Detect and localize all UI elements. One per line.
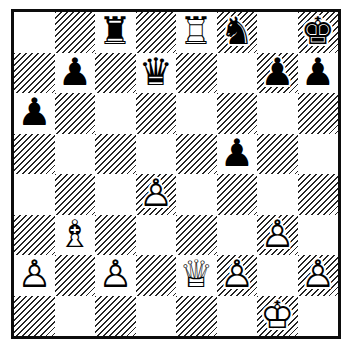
square-f5[interactable]: ♟♟: [217, 134, 258, 175]
square-h8[interactable]: ♚♚: [298, 12, 339, 53]
square-e8[interactable]: ♜♖: [176, 12, 217, 53]
square-a4[interactable]: [14, 174, 55, 215]
white-pawn-glyph: ♙: [14, 254, 55, 295]
square-c4[interactable]: [95, 174, 136, 215]
white-pawn-glyph: ♙: [217, 254, 258, 295]
square-d1[interactable]: [136, 296, 177, 337]
piece-white-pawn[interactable]: ♟♙: [217, 255, 258, 296]
square-f4[interactable]: [217, 174, 258, 215]
black-king-glyph: ♚: [298, 11, 339, 52]
black-pawn-glyph: ♟: [14, 92, 55, 133]
chess-diagram: ♜♜♜♖♞♞♚♚♟♟♛♛♟♟♟♟♟♟♟♟♟♙♝♗♟♙♟♙♟♙♛♕♟♙♟♙♚♔: [0, 0, 350, 350]
square-h7[interactable]: ♟♟: [298, 53, 339, 94]
square-h3[interactable]: [298, 215, 339, 256]
square-g8[interactable]: [257, 12, 298, 53]
square-b6[interactable]: [55, 93, 96, 134]
square-a8[interactable]: [14, 12, 55, 53]
square-h6[interactable]: [298, 93, 339, 134]
piece-black-pawn[interactable]: ♟♟: [298, 53, 339, 94]
piece-black-pawn[interactable]: ♟♟: [55, 53, 96, 94]
square-g7[interactable]: ♟♟: [257, 53, 298, 94]
square-d7[interactable]: ♛♛: [136, 53, 177, 94]
black-knight-glyph: ♞: [217, 11, 258, 52]
white-bishop-glyph: ♗: [55, 214, 96, 255]
square-h5[interactable]: [298, 134, 339, 175]
square-d4[interactable]: ♟♙: [136, 174, 177, 215]
square-b1[interactable]: [55, 296, 96, 337]
square-b5[interactable]: [55, 134, 96, 175]
black-pawn-glyph: ♟: [55, 52, 96, 93]
piece-white-pawn[interactable]: ♟♙: [136, 174, 177, 215]
square-d8[interactable]: [136, 12, 177, 53]
black-queen-glyph: ♛: [136, 52, 177, 93]
piece-white-king[interactable]: ♚♔: [257, 296, 298, 337]
white-king-glyph: ♔: [257, 295, 298, 336]
square-f1[interactable]: [217, 296, 258, 337]
square-e6[interactable]: [176, 93, 217, 134]
square-f2[interactable]: ♟♙: [217, 255, 258, 296]
square-a7[interactable]: [14, 53, 55, 94]
piece-black-rook[interactable]: ♜♜: [95, 12, 136, 53]
square-b4[interactable]: [55, 174, 96, 215]
square-g4[interactable]: [257, 174, 298, 215]
square-d3[interactable]: [136, 215, 177, 256]
white-pawn-glyph: ♙: [298, 254, 339, 295]
black-pawn-glyph: ♟: [257, 52, 298, 93]
square-e4[interactable]: [176, 174, 217, 215]
chess-board: ♜♜♜♖♞♞♚♚♟♟♛♛♟♟♟♟♟♟♟♟♟♙♝♗♟♙♟♙♟♙♛♕♟♙♟♙♚♔: [11, 9, 341, 339]
piece-black-pawn[interactable]: ♟♟: [14, 93, 55, 134]
square-a1[interactable]: [14, 296, 55, 337]
square-b7[interactable]: ♟♟: [55, 53, 96, 94]
square-c8[interactable]: ♜♜: [95, 12, 136, 53]
piece-black-knight[interactable]: ♞♞: [217, 12, 258, 53]
square-d5[interactable]: [136, 134, 177, 175]
piece-white-pawn[interactable]: ♟♙: [298, 255, 339, 296]
square-c5[interactable]: [95, 134, 136, 175]
square-g1[interactable]: ♚♔: [257, 296, 298, 337]
square-f8[interactable]: ♞♞: [217, 12, 258, 53]
square-c1[interactable]: [95, 296, 136, 337]
piece-black-king[interactable]: ♚♚: [298, 12, 339, 53]
square-a5[interactable]: [14, 134, 55, 175]
square-d2[interactable]: [136, 255, 177, 296]
square-h1[interactable]: [298, 296, 339, 337]
piece-black-pawn[interactable]: ♟♟: [257, 53, 298, 94]
square-c3[interactable]: [95, 215, 136, 256]
square-e5[interactable]: [176, 134, 217, 175]
white-rook-glyph: ♖: [176, 11, 217, 52]
piece-white-queen[interactable]: ♛♕: [176, 255, 217, 296]
square-g6[interactable]: [257, 93, 298, 134]
square-e7[interactable]: [176, 53, 217, 94]
black-pawn-glyph: ♟: [298, 52, 339, 93]
white-pawn-glyph: ♙: [136, 173, 177, 214]
square-b2[interactable]: [55, 255, 96, 296]
square-a6[interactable]: ♟♟: [14, 93, 55, 134]
black-rook-glyph: ♜: [95, 11, 136, 52]
square-g2[interactable]: [257, 255, 298, 296]
piece-white-pawn[interactable]: ♟♙: [95, 255, 136, 296]
piece-white-bishop[interactable]: ♝♗: [55, 215, 96, 256]
white-queen-glyph: ♕: [176, 254, 217, 295]
square-a3[interactable]: [14, 215, 55, 256]
square-b8[interactable]: [55, 12, 96, 53]
piece-white-pawn[interactable]: ♟♙: [14, 255, 55, 296]
piece-white-pawn[interactable]: ♟♙: [257, 215, 298, 256]
square-c2[interactable]: ♟♙: [95, 255, 136, 296]
square-e2[interactable]: ♛♕: [176, 255, 217, 296]
square-c6[interactable]: [95, 93, 136, 134]
square-f6[interactable]: [217, 93, 258, 134]
square-g3[interactable]: ♟♙: [257, 215, 298, 256]
square-h2[interactable]: ♟♙: [298, 255, 339, 296]
square-a2[interactable]: ♟♙: [14, 255, 55, 296]
piece-black-queen[interactable]: ♛♛: [136, 53, 177, 94]
square-c7[interactable]: [95, 53, 136, 94]
square-e3[interactable]: [176, 215, 217, 256]
white-pawn-glyph: ♙: [95, 254, 136, 295]
square-d6[interactable]: [136, 93, 177, 134]
square-h4[interactable]: [298, 174, 339, 215]
square-g5[interactable]: [257, 134, 298, 175]
square-f3[interactable]: [217, 215, 258, 256]
square-b3[interactable]: ♝♗: [55, 215, 96, 256]
square-e1[interactable]: [176, 296, 217, 337]
black-pawn-glyph: ♟: [217, 133, 258, 174]
piece-black-pawn[interactable]: ♟♟: [217, 134, 258, 175]
piece-white-rook[interactable]: ♜♖: [176, 12, 217, 53]
white-pawn-glyph: ♙: [257, 214, 298, 255]
square-f7[interactable]: [217, 53, 258, 94]
